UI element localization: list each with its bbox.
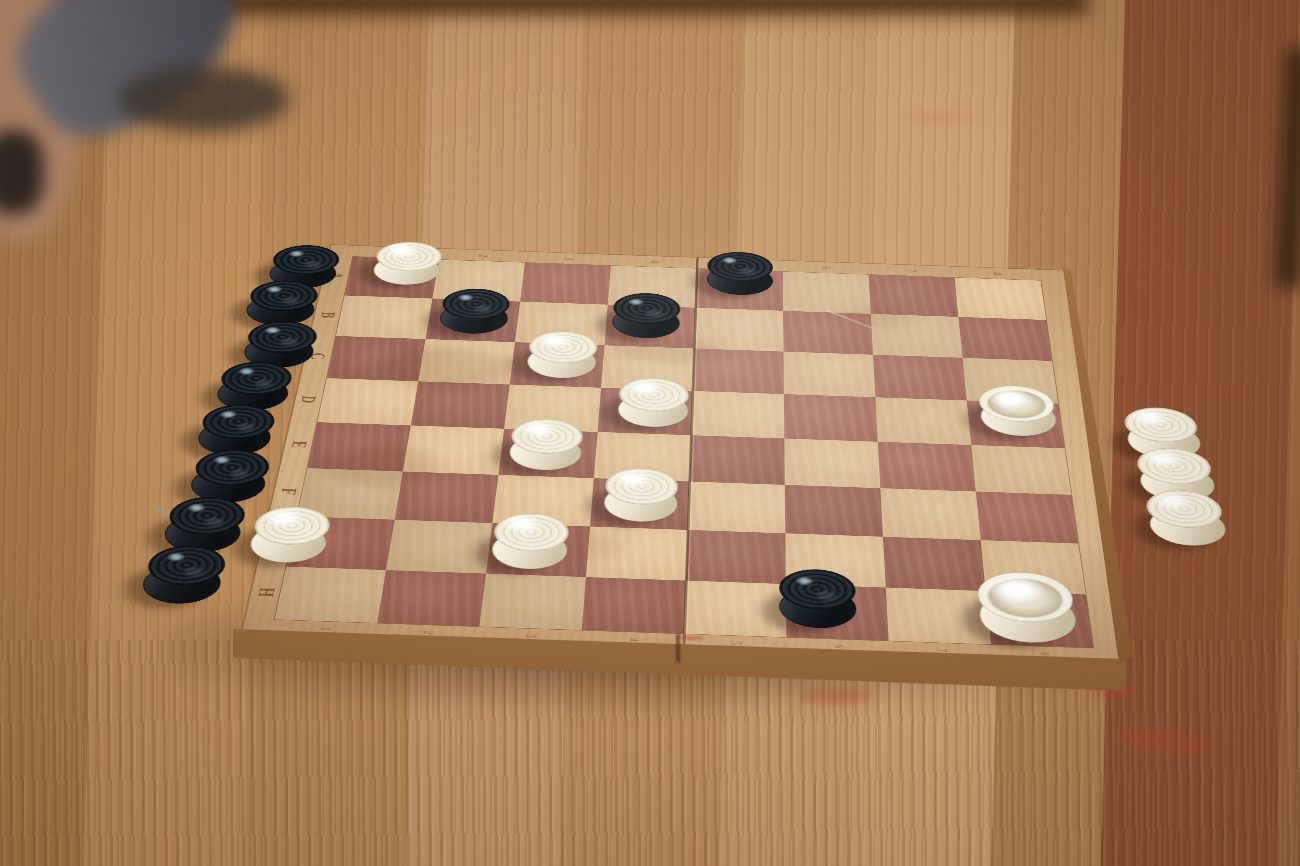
hinge-front-notch — [676, 634, 680, 662]
checker-black-B4[interactable] — [611, 306, 680, 339]
slipper-shadow-blur — [120, 66, 290, 132]
checker-white-H8[interactable] — [977, 590, 1079, 644]
checker-black-H6[interactable] — [779, 586, 857, 629]
checker-white-D8[interactable] — [978, 398, 1058, 437]
checker-white-G3[interactable] — [489, 529, 568, 570]
checker-white-D4[interactable] — [616, 392, 688, 428]
checker-black-A5[interactable] — [706, 264, 772, 296]
checker-white-E3[interactable] — [507, 433, 583, 471]
floor-smudge — [905, 112, 977, 124]
checker-white-A1[interactable] — [370, 254, 441, 286]
checker-white-G1[interactable] — [246, 523, 330, 564]
pieces-layer — [0, 126, 1300, 722]
offboard-black-8[interactable] — [138, 562, 225, 605]
checker-black-B2[interactable] — [437, 301, 509, 334]
checker-white-F4[interactable] — [602, 483, 678, 522]
scene-plane: ABCDEFGH 12345678 12345678 — [0, 126, 1300, 722]
photo-canvas: ABCDEFGH 12345678 12345678 — [0, 0, 1300, 866]
checker-white-C3[interactable] — [525, 344, 597, 379]
offboard-white-3[interactable] — [1146, 506, 1229, 547]
